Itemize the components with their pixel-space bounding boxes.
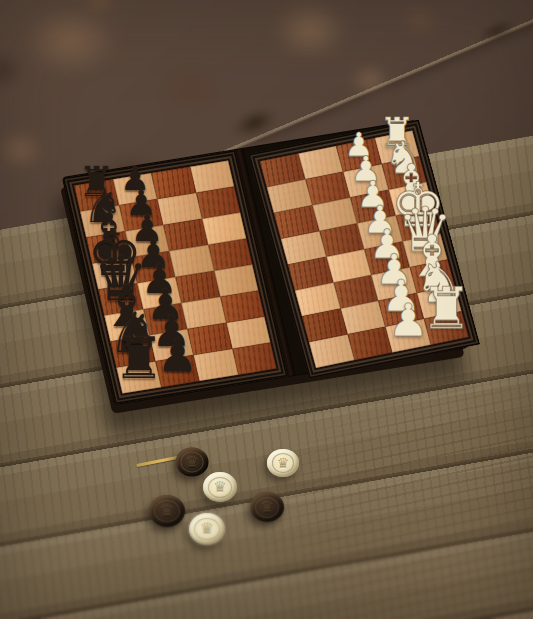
checker-disc-light[interactable]: ♛: [189, 513, 225, 545]
crown-emblem-icon: ♛: [200, 521, 214, 537]
checker-disc-light[interactable]: ♛: [203, 472, 237, 502]
checker-disc-dark[interactable]: ♛: [149, 495, 185, 527]
crown-emblem-icon: ♛: [260, 500, 273, 515]
checker-disc-dark[interactable]: ♛: [250, 492, 284, 522]
photo-scene: ♜♞♝♚♛♝♞♜♟♟♟♟♟♟♟♟♟♟♟♟♟♟♟♟♜♞♝♚♛♝♞♜ ♛♛♛♛♛♛: [0, 0, 533, 619]
checker-disc-light[interactable]: ♛: [267, 449, 299, 477]
white-rook[interactable]: ♜: [421, 281, 472, 338]
checker-disc-dark[interactable]: ♛: [176, 448, 209, 477]
crown-emblem-icon: ♛: [213, 480, 226, 495]
black-pawn[interactable]: ♟: [157, 334, 198, 380]
square[interactable]: [232, 343, 277, 375]
crown-emblem-icon: ♛: [160, 503, 174, 519]
crown-emblem-icon: ♛: [185, 455, 198, 470]
crown-emblem-icon: ♛: [277, 456, 290, 470]
